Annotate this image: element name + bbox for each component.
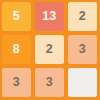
tile-8: 8 — [2, 35, 32, 65]
tile-13: 13 — [35, 2, 65, 32]
tile-3: 3 — [35, 68, 65, 98]
tile-2: 2 — [35, 35, 65, 65]
tile-3: 3 — [68, 35, 98, 65]
game-board[interactable]: 513282333 — [0, 0, 100, 100]
tile-grid: 513282333 — [0, 0, 100, 99]
empty-cell — [68, 68, 98, 98]
tile-2: 2 — [68, 2, 98, 32]
tile-5: 5 — [2, 2, 32, 32]
tile-3: 3 — [2, 68, 32, 98]
